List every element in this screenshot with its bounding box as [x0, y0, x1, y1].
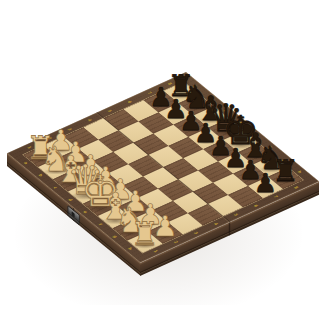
chess-set-photo: aa88bb77cc66dd55ee44ff33gg22hh11 ♜♞♝♛♚♝♞…	[0, 0, 330, 330]
piece-white-rook-h1[interactable]: ♜	[131, 218, 160, 250]
pieces-layer: ♜♞♝♛♚♝♞♜♟♟♟♟♟♟♟♟♟♟♟♟♟♟♟♟♜♞♝♛♚♝♞♜	[0, 0, 330, 330]
piece-black-pawn-h7[interactable]: ♟	[254, 170, 277, 196]
